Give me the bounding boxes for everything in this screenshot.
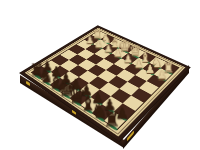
light-pawn-glyph: ♟ xyxy=(94,39,103,49)
light-pawn-glyph: ♟ xyxy=(85,35,94,45)
board-frame: ♜♞♝♚♛♝♞♜♟♟♟♟♟♟♟♟♟♟♟♟♟♟♟♟♜♞♝♚♛♝♞♜ xyxy=(21,26,190,141)
light-pawn-glyph: ♟ xyxy=(123,53,133,64)
chessboard-scene: ♜♞♝♚♛♝♞♜♟♟♟♟♟♟♟♟♟♟♟♟♟♟♟♟♜♞♝♚♛♝♞♜ xyxy=(46,10,166,130)
dark-rook-glyph: ♜ xyxy=(103,110,121,130)
product-photo: ♜♞♝♚♛♝♞♜♟♟♟♟♟♟♟♟♟♟♟♟♟♟♟♟♜♞♝♚♛♝♞♜ xyxy=(0,0,200,150)
light-pawn-glyph: ♟ xyxy=(113,48,122,58)
light-pawn-glyph: ♟ xyxy=(103,44,112,54)
brass-clasp-icon xyxy=(26,81,30,86)
light-pawn-glyph: ♟ xyxy=(134,58,144,69)
light-pawn-glyph: ♟ xyxy=(156,69,166,80)
light-pawn-glyph: ♟ xyxy=(145,64,155,75)
brass-hinge-icon xyxy=(127,130,134,141)
